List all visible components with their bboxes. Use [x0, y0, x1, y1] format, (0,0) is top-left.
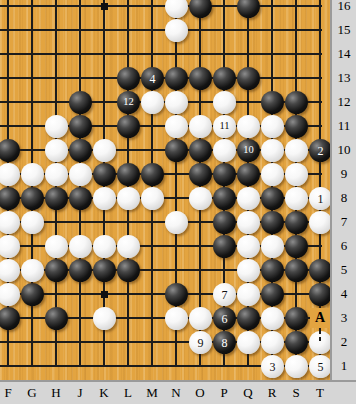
black-stone-T4[interactable] — [309, 283, 332, 306]
black-stone-Q13[interactable] — [237, 67, 260, 90]
white-stone-P12[interactable] — [213, 91, 236, 114]
white-stone-L6[interactable] — [117, 235, 140, 258]
white-stone-K8[interactable] — [93, 187, 116, 210]
white-stone-S1[interactable] — [285, 355, 308, 378]
white-stone-K10[interactable] — [93, 139, 116, 162]
move-number-5: 5 — [309, 355, 332, 378]
black-stone-P9[interactable] — [213, 163, 236, 186]
move-number-1: 1 — [309, 187, 332, 210]
column-label-Q: Q — [236, 384, 260, 402]
black-stone-F3[interactable] — [0, 307, 20, 330]
white-stone-Q7[interactable] — [237, 211, 260, 234]
column-label-S: S — [284, 384, 308, 402]
black-stone-S5[interactable] — [285, 259, 308, 282]
black-stone-H5[interactable] — [45, 259, 68, 282]
white-stone-N16[interactable] — [165, 0, 188, 18]
black-stone-H8[interactable] — [45, 187, 68, 210]
row-label-10: 10 — [332, 141, 356, 159]
white-stone-G5[interactable] — [21, 259, 44, 282]
white-stone-P11[interactable]: 11 — [213, 115, 236, 138]
row-label-1: 1 — [332, 357, 356, 375]
move-number-8: 8 — [213, 331, 236, 354]
column-label-G: G — [20, 384, 44, 402]
black-stone-K5[interactable] — [93, 259, 116, 282]
move-number-6: 6 — [213, 307, 236, 330]
column-coordinate-labels: FGHJKLMNOPQRST — [0, 382, 356, 404]
column-label-R: R — [260, 384, 284, 402]
row-label-4: 4 — [332, 285, 356, 303]
move-number-2: 2 — [309, 139, 332, 162]
row-label-3: 3 — [332, 309, 356, 327]
white-stone-K6[interactable] — [93, 235, 116, 258]
move-number-4: 4 — [141, 67, 164, 90]
black-stone-N10[interactable] — [165, 139, 188, 162]
white-stone-J6[interactable] — [69, 235, 92, 258]
black-stone-M9[interactable] — [141, 163, 164, 186]
move-number-10: 10 — [237, 139, 260, 162]
white-stone-N15[interactable] — [165, 19, 188, 42]
white-stone-L8[interactable] — [117, 187, 140, 210]
black-stone-T10[interactable]: 2 — [309, 139, 332, 162]
black-stone-J10[interactable] — [69, 139, 92, 162]
black-stone-S6[interactable] — [285, 235, 308, 258]
black-stone-R8[interactable] — [261, 187, 284, 210]
white-stone-O8[interactable] — [189, 187, 212, 210]
white-stone-Q4[interactable] — [237, 283, 260, 306]
black-stone-R7[interactable] — [261, 211, 284, 234]
white-stone-J9[interactable] — [69, 163, 92, 186]
black-stone-Q9[interactable] — [237, 163, 260, 186]
row-coordinate-labels: 16151413121110987654321 — [332, 0, 356, 380]
column-label-N: N — [164, 384, 188, 402]
black-stone-O9[interactable] — [189, 163, 212, 186]
row-label-2: 2 — [332, 333, 356, 351]
black-stone-S11[interactable] — [285, 115, 308, 138]
black-stone-Q3[interactable] — [237, 307, 260, 330]
grid-hline-14 — [0, 53, 322, 55]
white-stone-K3[interactable] — [93, 307, 116, 330]
star-point-K4 — [101, 291, 108, 298]
black-stone-S12[interactable] — [285, 91, 308, 114]
black-stone-G8[interactable] — [21, 187, 44, 210]
white-stone-R3[interactable] — [261, 307, 284, 330]
row-label-11: 11 — [332, 117, 356, 135]
white-stone-M12[interactable] — [141, 91, 164, 114]
white-stone-F4[interactable] — [0, 283, 20, 306]
white-stone-F5[interactable] — [0, 259, 20, 282]
white-stone-Q2[interactable] — [237, 331, 260, 354]
white-stone-M8[interactable] — [141, 187, 164, 210]
white-stone-G7[interactable] — [21, 211, 44, 234]
black-stone-J8[interactable] — [69, 187, 92, 210]
row-label-5: 5 — [332, 261, 356, 279]
black-stone-K9[interactable] — [93, 163, 116, 186]
go-board[interactable]: 124681029117315A — [0, 0, 330, 380]
column-label-T: T — [308, 384, 332, 402]
black-stone-L9[interactable] — [117, 163, 140, 186]
black-stone-R5[interactable] — [261, 259, 284, 282]
white-stone-R2[interactable] — [261, 331, 284, 354]
white-stone-P10[interactable] — [213, 139, 236, 162]
black-stone-J11[interactable] — [69, 115, 92, 138]
white-stone-R6[interactable] — [261, 235, 284, 258]
black-stone-S7[interactable] — [285, 211, 308, 234]
white-stone-H10[interactable] — [45, 139, 68, 162]
white-stone-R9[interactable] — [261, 163, 284, 186]
row-label-14: 14 — [332, 45, 356, 63]
black-stone-R12[interactable] — [261, 91, 284, 114]
white-stone-F7[interactable] — [0, 211, 20, 234]
white-stone-F9[interactable] — [0, 163, 20, 186]
white-stone-S8[interactable] — [285, 187, 308, 210]
black-stone-T5[interactable] — [309, 259, 332, 282]
row-label-13: 13 — [332, 69, 356, 87]
black-stone-N4[interactable] — [165, 283, 188, 306]
white-stone-Q11[interactable] — [237, 115, 260, 138]
column-label-J: J — [68, 384, 92, 402]
black-stone-R4[interactable] — [261, 283, 284, 306]
white-stone-Q5[interactable] — [237, 259, 260, 282]
white-stone-O11[interactable] — [189, 115, 212, 138]
black-stone-Q16[interactable] — [237, 0, 260, 18]
black-stone-M13[interactable]: 4 — [141, 67, 164, 90]
column-label-H: H — [44, 384, 68, 402]
row-label-6: 6 — [332, 237, 356, 255]
black-stone-L13[interactable] — [117, 67, 140, 90]
black-stone-P13[interactable] — [213, 67, 236, 90]
white-stone-O2[interactable]: 9 — [189, 331, 212, 354]
black-stone-P3[interactable]: 6 — [213, 307, 236, 330]
row-label-15: 15 — [332, 21, 356, 39]
black-stone-L11[interactable] — [117, 115, 140, 138]
white-stone-S9[interactable] — [285, 163, 308, 186]
move-number-12: 12 — [117, 91, 140, 114]
white-stone-R10[interactable] — [261, 139, 284, 162]
black-stone-P6[interactable] — [213, 235, 236, 258]
row-label-9: 9 — [332, 165, 356, 183]
move-number-7: 7 — [213, 283, 236, 306]
grid-hline-15 — [0, 29, 322, 31]
white-stone-T2[interactable] — [309, 331, 332, 354]
black-stone-P8[interactable] — [213, 187, 236, 210]
white-stone-N7[interactable] — [165, 211, 188, 234]
column-label-F: F — [0, 384, 20, 402]
star-point-K16 — [101, 3, 108, 10]
black-stone-F10[interactable] — [0, 139, 20, 162]
column-label-L: L — [116, 384, 140, 402]
move-number-11: 11 — [213, 115, 236, 138]
white-stone-P4[interactable]: 7 — [213, 283, 236, 306]
black-stone-G4[interactable] — [21, 283, 44, 306]
white-stone-R1[interactable]: 3 — [261, 355, 284, 378]
black-stone-N13[interactable] — [165, 67, 188, 90]
black-stone-Q10[interactable]: 10 — [237, 139, 260, 162]
white-stone-H6[interactable] — [45, 235, 68, 258]
marker-dash-left — [304, 317, 309, 319]
black-stone-O10[interactable] — [189, 139, 212, 162]
marker-dash-down1 — [319, 329, 321, 334]
white-stone-Q6[interactable] — [237, 235, 260, 258]
move-number-9: 9 — [189, 331, 212, 354]
marker-A[interactable]: A — [310, 308, 330, 328]
row-label-8: 8 — [332, 189, 356, 207]
white-stone-O3[interactable] — [189, 307, 212, 330]
white-stone-N12[interactable] — [165, 91, 188, 114]
white-stone-R11[interactable] — [261, 115, 284, 138]
column-label-K: K — [92, 384, 116, 402]
black-stone-S2[interactable] — [285, 331, 308, 354]
white-stone-H9[interactable] — [45, 163, 68, 186]
black-stone-F8[interactable] — [0, 187, 20, 210]
white-stone-T1[interactable]: 5 — [309, 355, 332, 378]
marker-dash-down2 — [319, 337, 321, 341]
black-stone-P7[interactable] — [213, 211, 236, 234]
white-stone-N11[interactable] — [165, 115, 188, 138]
white-stone-G9[interactable] — [21, 163, 44, 186]
white-stone-Q8[interactable] — [237, 187, 260, 210]
white-stone-F6[interactable] — [0, 235, 20, 258]
white-stone-T7[interactable] — [309, 211, 332, 234]
grid-hline-16 — [0, 5, 322, 7]
white-stone-T8[interactable]: 1 — [309, 187, 332, 210]
column-label-M: M — [140, 384, 164, 402]
black-stone-L5[interactable] — [117, 259, 140, 282]
black-stone-H3[interactable] — [45, 307, 68, 330]
black-stone-P2[interactable]: 8 — [213, 331, 236, 354]
black-stone-J12[interactable] — [69, 91, 92, 114]
row-label-7: 7 — [332, 213, 356, 231]
black-stone-L12[interactable]: 12 — [117, 91, 140, 114]
black-stone-J5[interactable] — [69, 259, 92, 282]
white-stone-N3[interactable] — [165, 307, 188, 330]
white-stone-S10[interactable] — [285, 139, 308, 162]
column-label-O: O — [188, 384, 212, 402]
black-stone-O16[interactable] — [189, 0, 212, 18]
white-stone-H11[interactable] — [45, 115, 68, 138]
go-diagram-viewer: 124681029117315A 16151413121110987654321… — [0, 0, 356, 404]
column-label-P: P — [212, 384, 236, 402]
black-stone-O13[interactable] — [189, 67, 212, 90]
row-label-12: 12 — [332, 93, 356, 111]
row-label-16: 16 — [332, 0, 356, 15]
move-number-3: 3 — [261, 355, 284, 378]
